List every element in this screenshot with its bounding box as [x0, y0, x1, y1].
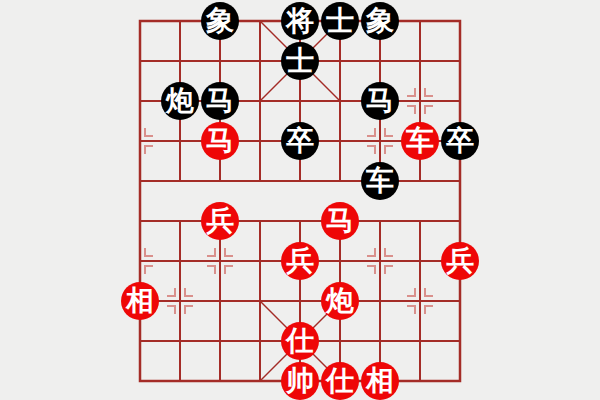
piece-black-advisor[interactable]: 士 — [281, 42, 319, 80]
piece-black-cannon[interactable]: 炮 — [161, 82, 199, 120]
piece-red-advisor[interactable]: 仕 — [321, 362, 359, 400]
piece-black-elephant[interactable]: 象 — [201, 2, 239, 40]
piece-red-advisor[interactable]: 仕 — [281, 322, 319, 360]
piece-red-cannon[interactable]: 炮 — [321, 282, 359, 320]
piece-red-soldier[interactable]: 兵 — [281, 242, 319, 280]
piece-black-general[interactable]: 将 — [281, 2, 319, 40]
piece-black-horse[interactable]: 马 — [361, 82, 399, 120]
pieces-layer: 象将士象士炮马马马卒车卒车兵马兵兵相炮仕帅仕相 — [0, 0, 600, 400]
xiangqi-app: 象将士象士炮马马马卒车卒车兵马兵兵相炮仕帅仕相 — [0, 0, 600, 400]
piece-black-advisor[interactable]: 士 — [321, 2, 359, 40]
piece-red-chariot[interactable]: 车 — [401, 122, 439, 160]
piece-red-soldier[interactable]: 兵 — [441, 242, 479, 280]
piece-black-chariot[interactable]: 车 — [361, 162, 399, 200]
piece-red-elephant[interactable]: 相 — [121, 282, 159, 320]
piece-red-soldier[interactable]: 兵 — [201, 202, 239, 240]
piece-red-horse[interactable]: 马 — [201, 122, 239, 160]
piece-black-soldier[interactable]: 卒 — [281, 122, 319, 160]
piece-red-elephant[interactable]: 相 — [361, 362, 399, 400]
piece-red-horse[interactable]: 马 — [321, 202, 359, 240]
piece-red-general[interactable]: 帅 — [281, 362, 319, 400]
piece-black-elephant[interactable]: 象 — [361, 2, 399, 40]
piece-black-horse[interactable]: 马 — [201, 82, 239, 120]
xiangqi-board[interactable]: 象将士象士炮马马马卒车卒车兵马兵兵相炮仕帅仕相 — [0, 0, 600, 400]
piece-black-soldier[interactable]: 卒 — [441, 122, 479, 160]
